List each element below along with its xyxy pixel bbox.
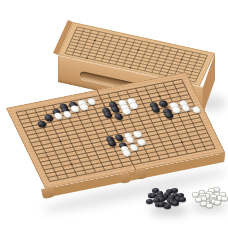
pile-stone [206,203,213,208]
board-foot [41,187,55,199]
pile-stone [172,201,179,206]
board-foot [119,172,131,184]
pile-stone [164,204,171,209]
pile-stone [221,196,228,201]
product-photo-go-set [0,0,228,228]
pile-stone [146,199,153,204]
stone-pile-black [147,185,187,215]
stone-pile-white [189,184,228,214]
pile-stone [179,197,186,202]
pile-stone [214,200,221,205]
go-board-surface [6,72,225,189]
go-board-grid [6,72,225,189]
